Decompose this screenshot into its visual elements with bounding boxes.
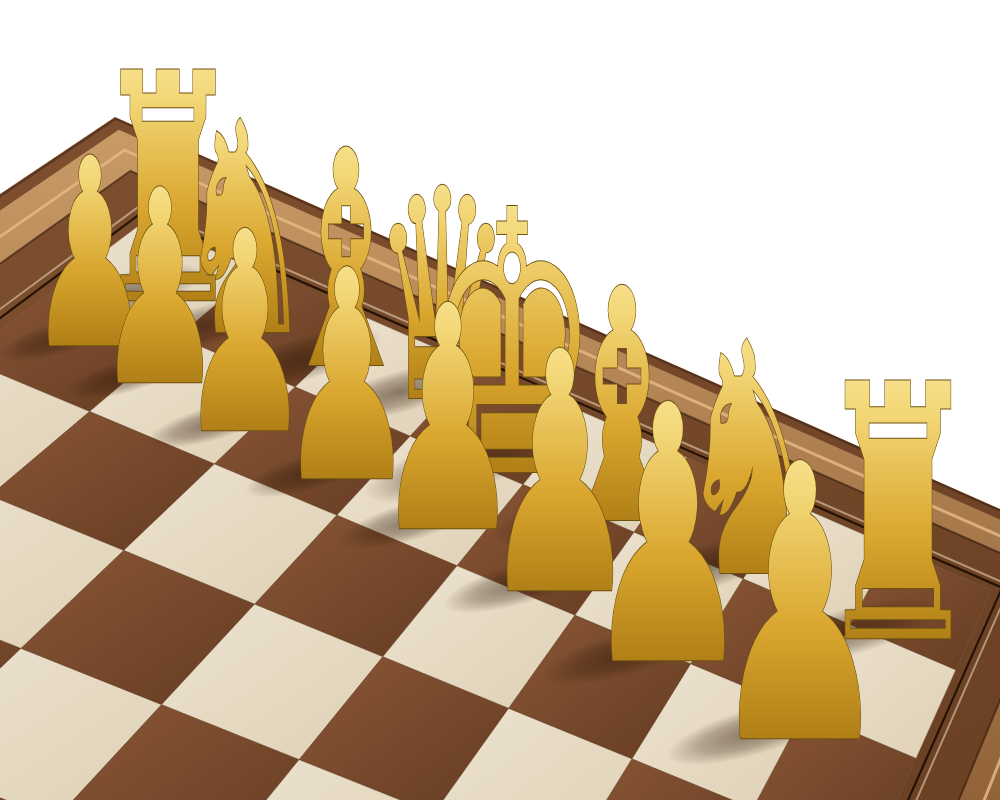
chess-set-scene: ♜♞♟♝♟♛♟♚♟♝♟♞♟♜♟♟ — [0, 0, 1000, 800]
piece-pawn-h7[interactable]: ♟ — [709, 384, 890, 800]
chess-board: ♜♞♟♝♟♛♟♚♟♝♟♞♟♜♟♟ — [0, 0, 1000, 800]
